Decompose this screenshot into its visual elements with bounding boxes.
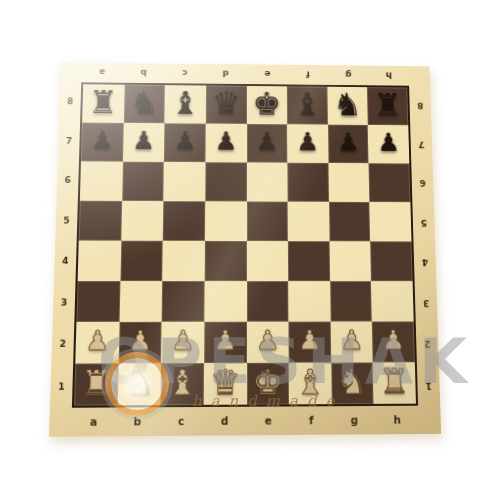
square-a3[interactable] (76, 281, 120, 322)
square-a6[interactable] (80, 161, 123, 201)
white-pawn-d2[interactable]: ♟ (213, 327, 237, 354)
coordinate-label-c: c (164, 63, 205, 83)
square-f7[interactable]: ♟ (287, 124, 328, 163)
square-e1[interactable]: ♚ (246, 363, 289, 405)
square-a7[interactable]: ♟ (81, 123, 123, 162)
square-a5[interactable] (79, 201, 122, 241)
square-g6[interactable] (328, 163, 369, 202)
square-e3[interactable] (246, 281, 288, 322)
coordinate-label-8: 8 (59, 82, 81, 121)
square-c4[interactable] (162, 241, 204, 281)
square-e8[interactable]: ♚ (247, 86, 288, 124)
square-h5[interactable] (370, 202, 412, 241)
coordinate-label-f: f (287, 65, 328, 85)
coordinate-label-8: 8 (409, 86, 431, 124)
file-labels-top: abcdefgh (81, 62, 409, 85)
square-b7[interactable]: ♟ (123, 123, 165, 162)
coordinate-label-3: 3 (53, 282, 76, 324)
square-e2[interactable]: ♟ (246, 322, 288, 363)
white-pawn-b2[interactable]: ♟ (128, 327, 152, 354)
coordinate-label-7: 7 (410, 124, 432, 163)
black-pawn-h7[interactable]: ♟ (377, 130, 400, 155)
square-a4[interactable] (78, 241, 121, 281)
square-g7[interactable]: ♟ (328, 125, 369, 164)
square-d7[interactable]: ♟ (205, 124, 246, 163)
coordinate-label-a: a (81, 62, 123, 82)
white-pawn-c2[interactable]: ♟ (171, 327, 195, 354)
black-knight-b8[interactable]: ♞ (130, 86, 160, 118)
white-pawn-g2[interactable]: ♟ (340, 327, 364, 354)
square-d6[interactable] (205, 162, 246, 201)
square-c8[interactable]: ♝ (165, 85, 206, 123)
square-d1[interactable]: ♛ (204, 363, 247, 405)
black-pawn-a7[interactable]: ♟ (90, 127, 114, 152)
black-king-e8[interactable]: ♚ (252, 87, 281, 119)
square-c7[interactable]: ♟ (164, 123, 206, 162)
black-pawn-c7[interactable]: ♟ (173, 128, 196, 153)
coordinate-label-g: g (328, 65, 369, 85)
white-rook-h1[interactable]: ♜ (379, 364, 410, 398)
coordinate-label-1: 1 (50, 365, 73, 408)
square-g8[interactable]: ♞ (327, 87, 368, 125)
square-a8[interactable]: ♜ (82, 84, 124, 123)
square-h3[interactable] (371, 281, 413, 321)
coordinate-label-a: a (71, 408, 116, 437)
black-pawn-b7[interactable]: ♟ (132, 128, 156, 153)
white-pawn-h2[interactable]: ♟ (381, 327, 405, 354)
white-pawn-e2[interactable]: ♟ (256, 327, 280, 354)
square-e5[interactable] (247, 201, 289, 241)
coordinate-label-b: b (115, 407, 159, 436)
square-g3[interactable] (330, 281, 372, 321)
coordinate-label-1: 1 (417, 364, 440, 406)
black-pawn-g7[interactable]: ♟ (337, 129, 360, 154)
square-g2[interactable]: ♟ (330, 322, 373, 363)
square-h8[interactable]: ♜ (367, 87, 408, 125)
white-rook-a1[interactable]: ♜ (80, 365, 112, 400)
square-h7[interactable]: ♟ (368, 125, 409, 164)
square-h1[interactable]: ♜ (373, 362, 416, 404)
coordinate-label-6: 6 (57, 160, 79, 200)
white-pawn-f2[interactable]: ♟ (298, 327, 322, 354)
square-a2[interactable]: ♟ (75, 322, 119, 364)
white-queen-d1[interactable]: ♛ (210, 364, 240, 399)
square-d3[interactable] (204, 281, 246, 322)
black-bishop-f8[interactable]: ♝ (293, 88, 322, 120)
coordinate-label-5: 5 (412, 202, 435, 242)
black-rook-h8[interactable]: ♜ (373, 89, 402, 120)
square-c3[interactable] (162, 281, 205, 322)
white-king-e1[interactable]: ♚ (253, 364, 283, 399)
white-bishop-c1[interactable]: ♝ (167, 365, 198, 400)
square-b2[interactable]: ♟ (118, 322, 161, 364)
coordinate-label-3: 3 (415, 282, 438, 323)
black-rook-a8[interactable]: ♜ (88, 86, 118, 118)
square-g5[interactable] (329, 202, 371, 241)
coordinate-label-b: b (123, 63, 165, 83)
square-b8[interactable]: ♞ (123, 85, 165, 124)
coordinate-label-2: 2 (416, 322, 439, 363)
square-f6[interactable] (287, 163, 328, 202)
coordinate-label-4: 4 (413, 241, 436, 281)
square-d2[interactable]: ♟ (204, 322, 247, 363)
square-b6[interactable] (122, 162, 164, 201)
coordinate-label-e: e (246, 406, 289, 435)
square-f4[interactable] (288, 241, 330, 281)
square-a1[interactable]: ♜ (74, 363, 118, 405)
coordinate-label-e: e (247, 64, 288, 84)
square-e4[interactable] (246, 241, 288, 281)
coordinate-label-h: h (375, 406, 418, 435)
coordinate-label-c: c (159, 407, 203, 436)
black-bishop-c8[interactable]: ♝ (171, 87, 200, 119)
square-d4[interactable] (205, 241, 247, 281)
square-h2[interactable]: ♟ (372, 321, 415, 362)
square-f5[interactable] (288, 202, 330, 242)
black-pawn-f7[interactable]: ♟ (296, 129, 319, 154)
black-queen-d8[interactable]: ♛ (212, 87, 241, 119)
white-knight-g1[interactable]: ♞ (337, 364, 368, 398)
square-c1[interactable]: ♝ (161, 363, 204, 405)
coordinate-label-5: 5 (55, 200, 78, 240)
coordinate-label-4: 4 (54, 241, 77, 282)
square-c6[interactable] (164, 162, 206, 201)
square-f2[interactable]: ♟ (289, 322, 331, 363)
chess-board-mat: abcdefgh abcdefgh 87654321 87654321 ♜♞♝♛… (49, 62, 441, 436)
square-e6[interactable] (247, 162, 288, 201)
square-b3[interactable] (119, 281, 162, 322)
white-pawn-a2[interactable]: ♟ (85, 327, 110, 354)
white-bishop-f1[interactable]: ♝ (295, 364, 325, 398)
square-d5[interactable] (205, 201, 247, 241)
square-f1[interactable]: ♝ (289, 363, 332, 405)
coordinate-label-f: f (290, 406, 333, 435)
square-c5[interactable] (163, 201, 205, 241)
coordinate-label-d: d (203, 407, 247, 436)
coordinate-label-6: 6 (411, 163, 434, 202)
black-pawn-d7[interactable]: ♟ (214, 128, 237, 153)
square-f8[interactable]: ♝ (287, 86, 328, 124)
coordinate-label-h: h (368, 66, 409, 86)
square-g1[interactable]: ♞ (331, 362, 374, 404)
coordinate-label-g: g (333, 406, 376, 435)
square-g4[interactable] (329, 241, 371, 281)
coordinate-label-7: 7 (58, 121, 80, 160)
square-b1[interactable]: ♞ (117, 363, 161, 405)
square-h6[interactable] (369, 163, 411, 202)
square-f3[interactable] (288, 281, 330, 322)
square-b5[interactable] (121, 201, 164, 241)
black-knight-g8[interactable]: ♞ (333, 88, 362, 119)
square-c2[interactable]: ♟ (161, 322, 204, 363)
square-d8[interactable]: ♛ (206, 86, 247, 124)
chess-board-grid: ♜♞♝♛♚♝♞♜♟♟♟♟♟♟♟♟♟♟♟♟♟♟♟♟♜♞♝♛♚♝♞♜ (72, 82, 418, 407)
square-e7[interactable]: ♟ (247, 124, 288, 163)
coordinate-label-d: d (205, 64, 246, 84)
square-h4[interactable] (370, 241, 412, 281)
square-b4[interactable] (120, 241, 163, 281)
white-knight-b1[interactable]: ♞ (124, 365, 155, 400)
coordinate-label-2: 2 (51, 323, 74, 365)
file-labels-bottom: abcdefgh (71, 406, 419, 437)
black-pawn-e7[interactable]: ♟ (255, 129, 278, 154)
